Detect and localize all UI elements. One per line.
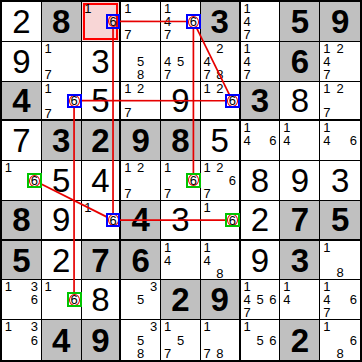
candidate-1: 1 — [320, 241, 333, 254]
candidate-2: 2 — [134, 82, 147, 95]
cell-r5c5[interactable]: 167 — [161, 161, 201, 201]
cell-r4c2[interactable]: 3 — [42, 121, 82, 161]
cell-r7c3[interactable]: 7 — [82, 241, 122, 281]
given-digit: 2 — [161, 280, 200, 319]
candidate-grid: 1467 — [320, 280, 360, 319]
candidate-3: 3 — [147, 280, 160, 293]
candidate-1: 1 — [161, 161, 174, 174]
candidate-7: 7 — [320, 68, 333, 81]
cell-r6c7[interactable]: 2 — [241, 201, 281, 241]
candidate-grid: 136 — [2, 320, 41, 360]
candidate-grid: 14 — [280, 121, 319, 160]
given-digit: 8 — [2, 201, 41, 239]
cell-r1c6[interactable]: 3 — [201, 2, 241, 42]
candidate-7: 7 — [121, 28, 134, 41]
candidate-5: 5 — [134, 333, 147, 346]
cell-r1c3[interactable]: 16 — [82, 2, 122, 42]
candidate-grid: 2478 — [201, 42, 239, 81]
candidate-2: 2 — [333, 42, 346, 55]
candidate-grid: 1267 — [201, 161, 239, 200]
solved-digit: 2 — [241, 201, 280, 239]
given-digit: 5 — [320, 201, 360, 239]
candidate-3: 3 — [147, 320, 160, 333]
solved-digit: 9 — [241, 241, 280, 280]
candidate-grid: 35 — [121, 280, 160, 319]
candidate-5: 5 — [134, 293, 147, 306]
solved-digit: 8 — [241, 161, 280, 200]
candidate-grid: 136 — [2, 280, 41, 319]
candidate-4: 4 — [320, 134, 333, 147]
candidate-grid: 16 — [82, 2, 120, 41]
candidate-8: 8 — [134, 68, 147, 81]
cell-r2c4[interactable]: 58 — [121, 42, 161, 82]
cell-r2c1[interactable]: 9 — [2, 42, 42, 82]
candidate-8: 8 — [134, 347, 147, 360]
given-digit: 6 — [280, 42, 319, 81]
candidate-4: 4 — [161, 254, 174, 267]
candidate-1: 1 — [42, 82, 55, 95]
cell-r8c9[interactable]: 1467 — [320, 280, 360, 320]
solved-digit: 2 — [42, 241, 81, 280]
candidate-5: 5 — [174, 333, 187, 346]
candidate-1: 1 — [82, 2, 95, 15]
cell-r3c8[interactable]: 8 — [280, 82, 320, 122]
candidate-grid: 16 — [42, 280, 81, 319]
candidate-grid: 146 — [320, 121, 360, 160]
cell-r8c2[interactable]: 16 — [42, 280, 82, 320]
given-digit: 8 — [161, 121, 200, 160]
candidate-7: 7 — [121, 106, 134, 119]
given-digit: 3 — [201, 2, 239, 41]
cell-r6c4[interactable]: 4 — [121, 201, 161, 241]
candidate-1: 1 — [161, 241, 174, 254]
chain-node-digit: 6 — [29, 175, 40, 187]
candidate-6: 6 — [347, 293, 360, 306]
candidate-2: 2 — [213, 82, 226, 95]
candidate-1: 1 — [161, 320, 174, 333]
candidate-1: 1 — [2, 280, 15, 293]
cell-r9c1[interactable]: 136 — [2, 320, 42, 360]
candidate-7: 7 — [161, 28, 174, 41]
candidate-1: 1 — [320, 42, 333, 55]
chain-node-digit: 6 — [108, 15, 119, 27]
candidate-grid: 358 — [121, 320, 160, 360]
candidate-grid: 457 — [161, 42, 200, 81]
candidate-grid: 178 — [201, 320, 239, 360]
sudoku-board: 2816171467314759917358457247814761247416… — [0, 0, 362, 362]
given-digit: 7 — [82, 241, 120, 280]
given-digit: 9 — [320, 2, 360, 41]
cell-r3c4[interactable]: 127 — [121, 82, 161, 122]
given-digit: 8 — [42, 2, 81, 41]
candidate-7: 7 — [320, 106, 333, 119]
cell-r8c5[interactable]: 2 — [161, 280, 201, 320]
cell-r3c3[interactable]: 5 — [82, 82, 122, 122]
cell-r9c3[interactable]: 9 — [82, 320, 122, 360]
chain-node-digit: 6 — [227, 95, 238, 107]
solved-digit: 4 — [82, 161, 120, 200]
candidate-1: 1 — [121, 161, 134, 174]
candidate-1: 1 — [320, 82, 333, 95]
cell-r8c3[interactable]: 8 — [82, 280, 122, 320]
candidate-grid: 146 — [241, 121, 280, 160]
candidate-6: 6 — [226, 95, 239, 107]
candidate-grid: 156 — [241, 320, 280, 360]
chain-node-digit: 6 — [69, 294, 80, 306]
cell-r3c7[interactable]: 3 — [241, 82, 281, 122]
cell-r6c5[interactable]: 3 — [161, 201, 201, 241]
cell-r8c6[interactable]: 9 — [201, 280, 241, 320]
candidate-7: 7 — [241, 306, 254, 319]
candidate-grid: 127 — [121, 82, 160, 120]
candidate-grid: 1467 — [161, 2, 200, 41]
candidate-6: 6 — [187, 15, 200, 28]
solved-digit: 3 — [82, 42, 120, 81]
cell-r9c7[interactable]: 156 — [241, 320, 281, 360]
cell-r2c2[interactable]: 17 — [42, 42, 82, 82]
cell-r1c8[interactable]: 5 — [280, 2, 320, 42]
candidate-5: 5 — [174, 55, 187, 68]
candidate-7: 7 — [42, 107, 55, 120]
cell-r2c9[interactable]: 1247 — [320, 42, 360, 82]
candidate-grid: 16 — [2, 161, 41, 200]
candidate-grid: 14567 — [241, 280, 280, 319]
candidate-8: 8 — [333, 266, 346, 279]
cell-r7c1[interactable]: 5 — [2, 241, 42, 281]
candidate-1: 1 — [201, 320, 214, 333]
given-digit: 4 — [42, 320, 81, 360]
cell-r3c1[interactable]: 4 — [2, 82, 42, 122]
candidate-1: 1 — [201, 241, 214, 254]
candidate-1: 1 — [42, 280, 55, 293]
candidate-8: 8 — [213, 347, 226, 360]
cell-r7c5[interactable]: 14 — [161, 241, 201, 281]
cell-r1c4[interactable]: 17 — [121, 2, 161, 42]
cell-r1c1[interactable]: 2 — [2, 2, 42, 42]
candidate-6: 6 — [28, 174, 41, 187]
given-digit: 2 — [82, 121, 120, 160]
candidate-grid: 147 — [241, 42, 280, 81]
cell-r2c8[interactable]: 6 — [280, 42, 320, 82]
given-digit: 2 — [280, 320, 319, 360]
candidate-8: 8 — [213, 68, 226, 81]
given-digit: 9 — [201, 280, 239, 319]
candidate-7: 7 — [42, 68, 55, 81]
candidate-2: 2 — [213, 161, 226, 174]
candidate-grid: 127 — [121, 161, 160, 200]
candidate-4: 4 — [201, 254, 214, 267]
cell-r1c2[interactable]: 8 — [42, 2, 82, 42]
candidate-6: 6 — [28, 293, 41, 306]
candidate-1: 1 — [320, 320, 333, 333]
candidate-7: 7 — [161, 347, 174, 360]
candidate-grid: 14 — [161, 241, 200, 280]
given-digit: 5 — [2, 241, 41, 280]
cell-r8c1[interactable]: 136 — [2, 280, 42, 320]
candidate-grid: 148 — [201, 241, 239, 280]
candidate-6: 6 — [347, 134, 360, 147]
cell-r9c9[interactable]: 168 — [320, 320, 360, 360]
candidate-7: 7 — [201, 187, 214, 200]
cell-r7c4[interactable]: 6 — [121, 241, 161, 281]
candidate-grid: 14 — [280, 280, 319, 319]
candidate-6: 6 — [267, 333, 280, 346]
chain-node-digit: 6 — [188, 174, 199, 186]
candidate-1: 1 — [121, 82, 134, 95]
candidate-6: 6 — [28, 333, 41, 346]
candidate-grid: 167 — [161, 161, 200, 200]
candidate-grid: 1247 — [320, 42, 360, 81]
given-digit: 7 — [280, 201, 319, 239]
cell-r4c9[interactable]: 146 — [320, 121, 360, 161]
solved-digit: 8 — [82, 280, 120, 319]
solved-digit: 9 — [161, 82, 200, 120]
candidate-7: 7 — [320, 306, 333, 319]
candidate-grid: 157 — [161, 320, 200, 360]
candidate-grid: 147 — [241, 2, 280, 41]
solved-digit: 2 — [2, 2, 41, 41]
candidate-grid: 16 — [201, 201, 239, 239]
chain-node-digit: 6 — [227, 214, 238, 226]
cell-r4c1[interactable]: 7 — [2, 121, 42, 161]
candidate-1: 1 — [241, 320, 254, 333]
candidate-7: 7 — [121, 187, 134, 200]
candidate-6: 6 — [347, 333, 360, 346]
chain-node-digit: 6 — [108, 214, 119, 226]
solved-digit: 9 — [2, 42, 41, 81]
candidate-1: 1 — [121, 2, 134, 15]
given-digit: 3 — [42, 121, 81, 160]
candidate-7: 7 — [161, 187, 174, 200]
cell-r5c4[interactable]: 127 — [121, 161, 161, 201]
candidate-2: 2 — [213, 42, 226, 55]
cell-r3c9[interactable]: 127 — [320, 82, 360, 122]
solved-digit: 8 — [280, 82, 319, 120]
cell-r5c8[interactable]: 9 — [280, 161, 320, 201]
solved-digit: 5 — [42, 161, 81, 200]
candidate-6: 6 — [267, 293, 280, 306]
cell-r9c4[interactable]: 358 — [121, 320, 161, 360]
given-digit: 6 — [121, 241, 160, 280]
cell-r5c6[interactable]: 1267 — [201, 161, 241, 201]
cell-r8c8[interactable]: 14 — [280, 280, 320, 320]
cell-r7c8[interactable]: 3 — [280, 241, 320, 281]
candidate-grid: 168 — [320, 320, 360, 360]
cell-r1c5[interactable]: 1467 — [161, 2, 201, 42]
candidate-grid: 17 — [121, 2, 160, 41]
candidate-6: 6 — [226, 214, 239, 226]
candidate-4: 4 — [241, 134, 254, 147]
candidate-grid: 127 — [320, 82, 360, 120]
cell-r6c8[interactable]: 7 — [280, 201, 320, 241]
cell-r9c8[interactable]: 2 — [280, 320, 320, 360]
candidate-6: 6 — [68, 293, 81, 306]
cell-r1c9[interactable]: 9 — [320, 2, 360, 42]
cell-r4c8[interactable]: 14 — [280, 121, 320, 161]
solved-digit: 5 — [201, 121, 239, 160]
candidate-grid: 17 — [42, 42, 81, 81]
candidate-6: 6 — [187, 174, 200, 187]
cell-r2c3[interactable]: 3 — [82, 42, 122, 82]
solved-digit: 9 — [42, 201, 81, 239]
candidate-1: 1 — [201, 161, 214, 174]
candidate-2: 2 — [134, 161, 147, 174]
candidate-grid: 126 — [201, 82, 239, 120]
candidate-7: 7 — [201, 347, 214, 360]
cell-r8c4[interactable]: 35 — [121, 280, 161, 320]
solved-digit: 3 — [161, 201, 200, 239]
cell-r4c7[interactable]: 146 — [241, 121, 281, 161]
candidate-4: 4 — [320, 55, 333, 68]
cell-r9c2[interactable]: 4 — [42, 320, 82, 360]
candidate-1: 1 — [82, 201, 95, 214]
given-digit: 9 — [121, 121, 160, 160]
cell-r6c9[interactable]: 5 — [320, 201, 360, 241]
cell-r6c2[interactable]: 9 — [42, 201, 82, 241]
candidate-8: 8 — [213, 267, 226, 280]
cell-r9c5[interactable]: 157 — [161, 320, 201, 360]
candidate-6: 6 — [267, 134, 280, 147]
cell-r4c3[interactable]: 2 — [82, 121, 122, 161]
candidate-grid: 167 — [42, 82, 81, 120]
candidate-3: 3 — [28, 320, 41, 333]
cell-r2c6[interactable]: 2478 — [201, 42, 241, 82]
cell-r8c7[interactable]: 14567 — [241, 280, 281, 320]
cell-r2c7[interactable]: 147 — [241, 42, 281, 82]
cell-r2c5[interactable]: 457 — [161, 42, 201, 82]
candidate-6: 6 — [68, 95, 81, 107]
cell-r6c1[interactable]: 8 — [2, 201, 42, 241]
cell-r4c6[interactable]: 5 — [201, 121, 241, 161]
candidate-6: 6 — [107, 15, 120, 28]
candidate-7: 7 — [161, 68, 174, 81]
cell-r7c9[interactable]: 18 — [320, 241, 360, 281]
chain-node-digit: 6 — [69, 95, 80, 107]
solved-digit: 9 — [280, 161, 319, 200]
given-digit: 5 — [280, 2, 319, 41]
candidate-6: 6 — [107, 214, 120, 226]
candidate-6: 6 — [226, 174, 239, 187]
candidate-5: 5 — [134, 55, 147, 68]
candidate-4: 4 — [161, 55, 174, 68]
solved-digit: 5 — [82, 82, 120, 120]
cell-r1c7[interactable]: 147 — [241, 2, 281, 42]
candidate-1: 1 — [2, 320, 15, 333]
given-digit: 4 — [2, 82, 41, 120]
cell-r5c9[interactable]: 3 — [320, 161, 360, 201]
candidate-grid: 18 — [320, 241, 360, 280]
candidate-4: 4 — [201, 55, 214, 68]
candidate-1: 1 — [241, 42, 254, 55]
candidate-4: 4 — [280, 134, 293, 147]
cell-r7c2[interactable]: 2 — [42, 241, 82, 281]
cell-r7c6[interactable]: 148 — [201, 241, 241, 281]
candidate-1: 1 — [201, 82, 214, 95]
cell-r6c6[interactable]: 16 — [201, 201, 241, 241]
cell-r5c7[interactable]: 8 — [241, 161, 281, 201]
cell-r3c2[interactable]: 167 — [42, 82, 82, 122]
candidate-4: 4 — [241, 55, 254, 68]
candidate-5: 5 — [254, 333, 267, 346]
cell-r4c5[interactable]: 8 — [161, 121, 201, 161]
given-digit: 9 — [82, 320, 120, 360]
candidate-grid: 58 — [121, 42, 160, 81]
cell-r6c3[interactable]: 16 — [82, 201, 122, 241]
given-digit: 3 — [241, 82, 280, 120]
chain-node-digit: 6 — [188, 16, 199, 28]
solved-digit: 7 — [2, 121, 41, 160]
cell-r5c2[interactable]: 5 — [42, 161, 82, 201]
candidate-7: 7 — [241, 28, 254, 41]
candidate-4: 4 — [280, 293, 293, 306]
candidate-8: 8 — [333, 347, 346, 360]
candidate-2: 2 — [333, 82, 346, 95]
candidate-7: 7 — [201, 68, 214, 81]
cell-r5c1[interactable]: 16 — [2, 161, 42, 201]
candidate-1: 1 — [42, 42, 55, 55]
cell-r4c4[interactable]: 9 — [121, 121, 161, 161]
candidate-5: 5 — [254, 293, 267, 306]
cell-r9c6[interactable]: 178 — [201, 320, 241, 360]
cell-r7c7[interactable]: 9 — [241, 241, 281, 281]
cell-r3c6[interactable]: 126 — [201, 82, 241, 122]
cell-r5c3[interactable]: 4 — [82, 161, 122, 201]
candidate-1: 1 — [201, 201, 214, 214]
solved-digit: 3 — [320, 161, 360, 200]
cell-r3c5[interactable]: 9 — [161, 82, 201, 122]
candidate-7: 7 — [241, 68, 254, 81]
candidate-1: 1 — [2, 161, 15, 174]
candidate-grid: 16 — [82, 201, 120, 239]
given-digit: 4 — [121, 201, 160, 239]
given-digit: 3 — [280, 241, 319, 280]
